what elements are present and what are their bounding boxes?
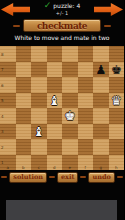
square-h4[interactable] xyxy=(109,108,125,124)
square-f5[interactable] xyxy=(78,93,94,109)
solution-button[interactable]: solution xyxy=(9,172,47,183)
square-b6[interactable] xyxy=(16,77,32,93)
square-b2[interactable] xyxy=(16,139,32,155)
square-b3[interactable] xyxy=(16,124,32,140)
square-e6[interactable] xyxy=(62,77,78,93)
square-b7[interactable] xyxy=(16,62,32,78)
rank-label: 3 xyxy=(1,129,4,134)
next-puzzle-arrow[interactable] xyxy=(94,3,123,16)
banner-dash-left xyxy=(13,25,20,27)
square-d2[interactable] xyxy=(47,139,63,155)
rank-label: 8 xyxy=(1,51,4,56)
square-a6[interactable]: 6 xyxy=(0,77,16,93)
top-bar: ✓ puzzle: 4 +/- 1 xyxy=(0,0,124,18)
mode-title: checkmate xyxy=(37,21,87,31)
button-dash xyxy=(80,176,86,178)
square-d5[interactable]: ♝ xyxy=(47,93,63,109)
square-a7[interactable]: 7 xyxy=(0,62,16,78)
file-label: b xyxy=(22,165,25,170)
puzzle-instruction: White to move and mate in two xyxy=(0,34,124,41)
exit-button[interactable]: exit xyxy=(57,172,78,183)
square-f8[interactable] xyxy=(78,46,94,62)
square-h7[interactable]: ♚ xyxy=(109,62,125,78)
button-dash xyxy=(49,176,55,178)
square-f2[interactable] xyxy=(78,139,94,155)
square-c2[interactable] xyxy=(31,139,47,155)
square-f3[interactable] xyxy=(78,124,94,140)
square-f1[interactable]: f xyxy=(78,155,94,171)
banner-row: checkmate xyxy=(0,19,124,32)
puzzle-number-label: puzzle: 4 xyxy=(53,2,80,10)
white-queen: ♛ xyxy=(109,93,125,109)
file-label: a xyxy=(7,165,9,170)
square-h3[interactable] xyxy=(109,124,125,140)
square-g2[interactable] xyxy=(93,139,109,155)
square-e3[interactable] xyxy=(62,124,78,140)
rank-label: 4 xyxy=(1,113,4,118)
square-c8[interactable] xyxy=(31,46,47,62)
rank-label: 6 xyxy=(1,82,4,87)
black-pawn: ♟ xyxy=(93,62,109,78)
square-e8[interactable] xyxy=(62,46,78,62)
square-b5[interactable] xyxy=(16,93,32,109)
ad-banner-placeholder xyxy=(6,200,117,220)
file-label: d xyxy=(53,165,56,170)
square-d3[interactable] xyxy=(47,124,63,140)
file-label: f xyxy=(85,165,86,170)
square-g7[interactable]: ♟ xyxy=(93,62,109,78)
square-h8[interactable] xyxy=(109,46,125,62)
square-e4[interactable]: ♚ xyxy=(62,108,78,124)
square-h5[interactable]: ♛ xyxy=(109,93,125,109)
square-e7[interactable] xyxy=(62,62,78,78)
square-a8[interactable]: 8 xyxy=(0,46,16,62)
square-e5[interactable] xyxy=(62,93,78,109)
file-label: e xyxy=(69,165,71,170)
prev-puzzle-arrow[interactable] xyxy=(1,3,30,16)
rank-label: 5 xyxy=(1,98,4,103)
rank-label: 1 xyxy=(1,160,4,165)
square-d6[interactable] xyxy=(47,77,63,93)
square-b8[interactable] xyxy=(16,46,32,62)
score-label: +/- 1 xyxy=(56,10,68,16)
square-g8[interactable] xyxy=(93,46,109,62)
square-g6[interactable] xyxy=(93,77,109,93)
square-b4[interactable] xyxy=(16,108,32,124)
white-bishop: ♝ xyxy=(47,93,63,109)
rank-label: 7 xyxy=(1,67,4,72)
square-a2[interactable]: 2 xyxy=(0,139,16,155)
square-g5[interactable] xyxy=(93,93,109,109)
square-a1[interactable]: 1a xyxy=(0,155,16,171)
chess-board: 87♟♚65♝♛4♚3♝21abcdefgh xyxy=(0,46,124,170)
square-h6[interactable] xyxy=(109,77,125,93)
file-label: c xyxy=(38,165,40,170)
square-g3[interactable] xyxy=(93,124,109,140)
square-a4[interactable]: 4 xyxy=(0,108,16,124)
square-c1[interactable]: c xyxy=(31,155,47,171)
button-dash xyxy=(1,176,7,178)
square-c7[interactable] xyxy=(31,62,47,78)
square-d8[interactable] xyxy=(47,46,63,62)
square-h1[interactable]: h xyxy=(109,155,125,171)
square-c4[interactable] xyxy=(31,108,47,124)
square-f4[interactable] xyxy=(78,108,94,124)
buttons-bar: solution exit undo xyxy=(0,171,124,183)
banner-dash-right xyxy=(104,25,111,27)
solved-check-icon: ✓ xyxy=(44,1,52,10)
button-dash xyxy=(117,176,123,178)
white-bishop: ♝ xyxy=(31,124,47,140)
square-a3[interactable]: 3 xyxy=(0,124,16,140)
undo-button[interactable]: undo xyxy=(88,172,114,183)
square-h2[interactable] xyxy=(109,139,125,155)
square-c3[interactable]: ♝ xyxy=(31,124,47,140)
square-c6[interactable] xyxy=(31,77,47,93)
square-b1[interactable]: b xyxy=(16,155,32,171)
square-d4[interactable] xyxy=(47,108,63,124)
square-g4[interactable] xyxy=(93,108,109,124)
square-d1[interactable]: d xyxy=(47,155,63,171)
rank-label: 2 xyxy=(1,144,4,149)
square-d7[interactable] xyxy=(47,62,63,78)
mode-banner: checkmate xyxy=(23,19,101,32)
file-label: h xyxy=(115,165,118,170)
square-c5[interactable] xyxy=(31,93,47,109)
square-e1[interactable]: e xyxy=(62,155,78,171)
black-king: ♚ xyxy=(109,62,125,78)
square-g1[interactable]: g xyxy=(93,155,109,171)
square-e2[interactable] xyxy=(62,139,78,155)
white-king: ♚ xyxy=(62,108,78,124)
file-label: g xyxy=(99,165,102,170)
app-window: ✓ puzzle: 4 +/- 1 checkmate White to mov… xyxy=(0,0,124,220)
square-f6[interactable] xyxy=(78,77,94,93)
square-a5[interactable]: 5 xyxy=(0,93,16,109)
square-f7[interactable] xyxy=(78,62,94,78)
